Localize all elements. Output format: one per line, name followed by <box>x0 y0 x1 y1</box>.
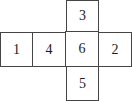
net-cell-face-5: 5 <box>66 66 99 101</box>
net-cell-face-2: 2 <box>98 32 132 67</box>
net-cell-face-3: 3 <box>66 0 99 32</box>
net-cell-face-1: 1 <box>0 32 33 67</box>
cube-net-board: 3 1 4 6 2 5 <box>0 0 132 101</box>
net-cell-face-6: 6 <box>65 31 99 67</box>
net-cell-face-4: 4 <box>32 32 66 67</box>
